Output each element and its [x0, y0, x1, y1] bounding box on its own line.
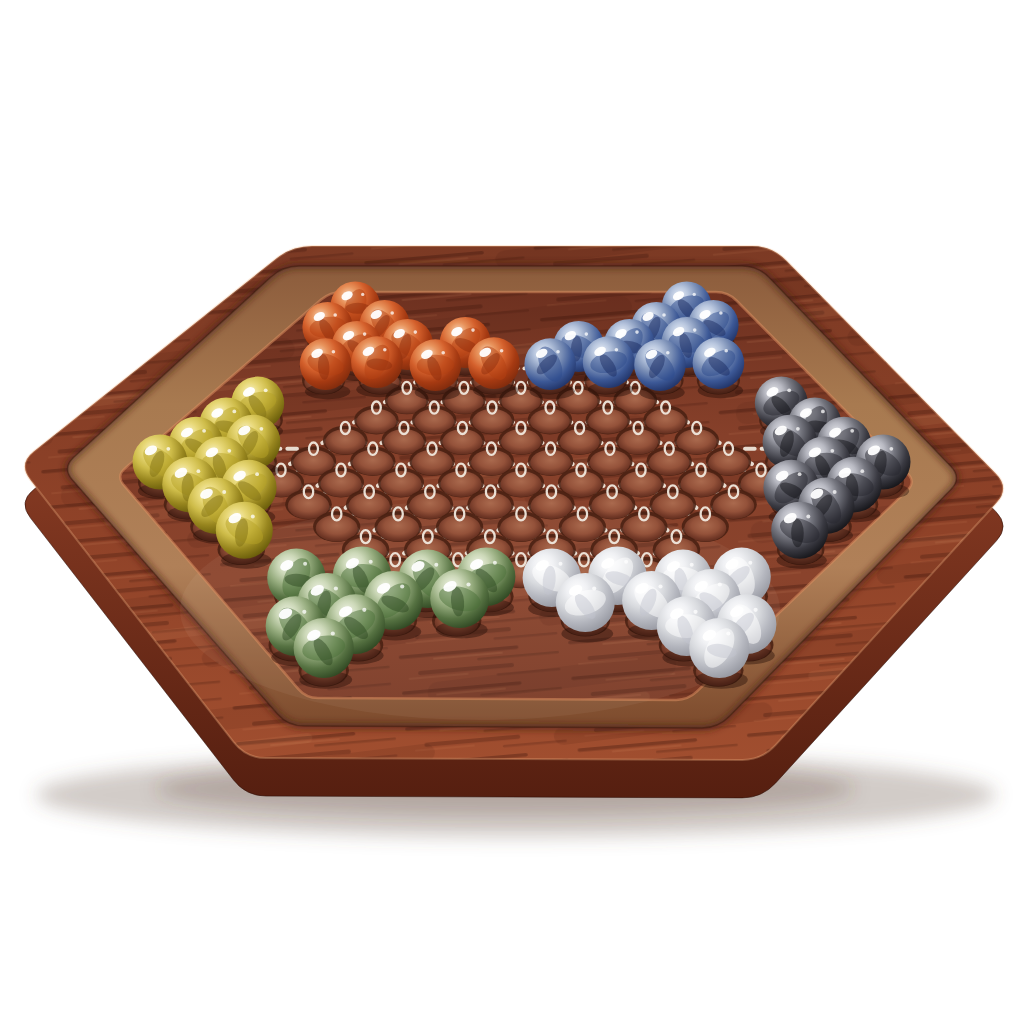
marble-yellow[interactable] [216, 502, 273, 569]
marble-orange[interactable] [468, 337, 520, 398]
marble-blue[interactable] [583, 336, 635, 397]
marble-green[interactable] [430, 569, 489, 638]
board-scene [0, 0, 1024, 1024]
board-svg [0, 0, 1024, 1024]
marble-black[interactable] [771, 502, 828, 569]
marble-green[interactable] [294, 618, 354, 689]
marble-white[interactable] [689, 618, 749, 689]
marble-blue[interactable] [634, 339, 686, 400]
marble-orange[interactable] [351, 336, 403, 397]
chinese-checkers-product-photo [0, 0, 1024, 1024]
marble-orange[interactable] [300, 338, 352, 399]
marble-white[interactable] [556, 573, 615, 642]
marble-blue[interactable] [524, 338, 576, 399]
marble-orange[interactable] [410, 339, 462, 400]
marble-blue[interactable] [693, 337, 745, 398]
